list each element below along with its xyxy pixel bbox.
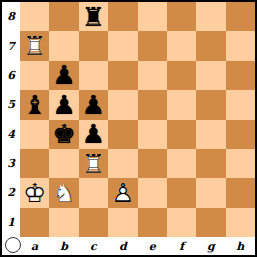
square-c2[interactable] — [79, 178, 108, 207]
black-bishop[interactable]: ♝ — [20, 90, 49, 119]
square-b6[interactable]: ♟ — [49, 61, 78, 90]
square-h8[interactable] — [226, 2, 255, 31]
square-b8[interactable] — [49, 2, 78, 31]
square-g7[interactable] — [196, 31, 225, 60]
square-f5[interactable] — [167, 90, 196, 119]
square-a2[interactable]: ♚♔ — [20, 178, 49, 207]
square-a6[interactable] — [20, 61, 49, 90]
square-d7[interactable] — [108, 31, 137, 60]
file-label-d: d — [108, 237, 137, 255]
square-h7[interactable] — [226, 31, 255, 60]
white-king[interactable]: ♚♔ — [20, 178, 49, 207]
square-e6[interactable] — [138, 61, 167, 90]
square-h2[interactable] — [226, 178, 255, 207]
square-e8[interactable] — [138, 2, 167, 31]
square-f1[interactable] — [167, 208, 196, 237]
square-g4[interactable] — [196, 120, 225, 149]
square-d4[interactable] — [108, 120, 137, 149]
square-c4[interactable]: ♟ — [79, 120, 108, 149]
square-e2[interactable] — [138, 178, 167, 207]
file-label-e: e — [138, 237, 167, 255]
square-a4[interactable] — [20, 120, 49, 149]
rank-label-5: 5 — [2, 90, 20, 119]
white-pawn[interactable]: ♟♙ — [108, 178, 137, 207]
square-e5[interactable] — [138, 90, 167, 119]
square-g3[interactable] — [196, 149, 225, 178]
square-d2[interactable]: ♟♙ — [108, 178, 137, 207]
square-d1[interactable] — [108, 208, 137, 237]
file-label-c: c — [79, 237, 108, 255]
square-e7[interactable] — [138, 31, 167, 60]
file-label-b: b — [49, 237, 78, 255]
square-c1[interactable] — [79, 208, 108, 237]
white-to-move-indicator — [5, 237, 21, 253]
rank-labels: 87654321 — [2, 2, 20, 237]
square-a7[interactable]: ♜♖ — [20, 31, 49, 60]
square-c3[interactable]: ♜♖ — [79, 149, 108, 178]
square-f3[interactable] — [167, 149, 196, 178]
rank-label-1: 1 — [2, 208, 20, 237]
file-label-f: f — [167, 237, 196, 255]
square-b3[interactable] — [49, 149, 78, 178]
square-e1[interactable] — [138, 208, 167, 237]
square-h5[interactable] — [226, 90, 255, 119]
rank-label-8: 8 — [2, 2, 20, 31]
square-f7[interactable] — [167, 31, 196, 60]
square-e3[interactable] — [138, 149, 167, 178]
square-c5[interactable]: ♟ — [79, 90, 108, 119]
rank-label-3: 3 — [2, 149, 20, 178]
chess-board: ♜♜♖♟♝♟♟♚♟♜♖♚♔♞♘♟♙ — [20, 2, 255, 237]
square-g5[interactable] — [196, 90, 225, 119]
square-c7[interactable] — [79, 31, 108, 60]
file-label-g: g — [196, 237, 225, 255]
square-h1[interactable] — [226, 208, 255, 237]
file-label-a: a — [20, 237, 49, 255]
square-g1[interactable] — [196, 208, 225, 237]
square-e4[interactable] — [138, 120, 167, 149]
square-a5[interactable]: ♝ — [20, 90, 49, 119]
square-d3[interactable] — [108, 149, 137, 178]
square-f4[interactable] — [167, 120, 196, 149]
square-g2[interactable] — [196, 178, 225, 207]
white-knight[interactable]: ♞♘ — [49, 178, 78, 207]
white-rook[interactable]: ♜♖ — [20, 31, 49, 60]
black-pawn[interactable]: ♟ — [79, 90, 108, 119]
black-pawn[interactable]: ♟ — [49, 61, 78, 90]
square-b1[interactable] — [49, 208, 78, 237]
file-labels: abcdefgh — [20, 237, 255, 255]
black-pawn[interactable]: ♟ — [79, 120, 108, 149]
square-a1[interactable] — [20, 208, 49, 237]
square-c6[interactable] — [79, 61, 108, 90]
black-rook[interactable]: ♜ — [79, 2, 108, 31]
square-a8[interactable] — [20, 2, 49, 31]
file-label-h: h — [226, 237, 255, 255]
square-f8[interactable] — [167, 2, 196, 31]
square-b2[interactable]: ♞♘ — [49, 178, 78, 207]
rank-label-6: 6 — [2, 61, 20, 90]
white-rook[interactable]: ♜♖ — [79, 149, 108, 178]
square-h6[interactable] — [226, 61, 255, 90]
square-f2[interactable] — [167, 178, 196, 207]
rank-label-4: 4 — [2, 120, 20, 149]
square-b4[interactable]: ♚ — [49, 120, 78, 149]
square-g6[interactable] — [196, 61, 225, 90]
square-g8[interactable] — [196, 2, 225, 31]
square-f6[interactable] — [167, 61, 196, 90]
chess-diagram: 87654321 ♜♜♖♟♝♟♟♚♟♜♖♚♔♞♘♟♙ abcdefgh — [0, 0, 257, 257]
square-b7[interactable] — [49, 31, 78, 60]
black-king[interactable]: ♚ — [49, 120, 78, 149]
square-c8[interactable]: ♜ — [79, 2, 108, 31]
square-d8[interactable] — [108, 2, 137, 31]
rank-label-2: 2 — [2, 178, 20, 207]
square-h4[interactable] — [226, 120, 255, 149]
square-h3[interactable] — [226, 149, 255, 178]
square-d6[interactable] — [108, 61, 137, 90]
square-d5[interactable] — [108, 90, 137, 119]
black-pawn[interactable]: ♟ — [49, 90, 78, 119]
square-b5[interactable]: ♟ — [49, 90, 78, 119]
square-a3[interactable] — [20, 149, 49, 178]
rank-label-7: 7 — [2, 31, 20, 60]
